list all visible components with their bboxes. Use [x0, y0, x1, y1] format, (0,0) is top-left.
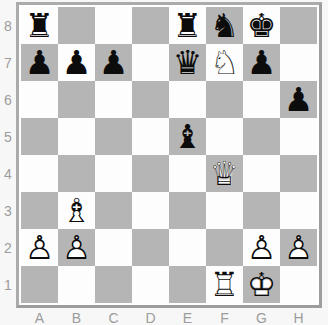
white-piece-outline: ♘	[206, 44, 243, 81]
square-c2[interactable]	[95, 229, 132, 266]
rank-label-3: 3	[0, 192, 16, 229]
rank-label-4: 4	[0, 155, 16, 192]
file-label-f: F	[206, 308, 243, 325]
white-queen[interactable]: ♛♕	[206, 155, 243, 192]
square-h1[interactable]	[280, 266, 317, 303]
board-grid: ♜♜♞♚♟♟♟♛♞♘♟♟♝♛♕♝♗♟♙♟♙♟♙♟♙♜♖♚♔	[21, 7, 317, 303]
white-pawn[interactable]: ♟♙	[243, 229, 280, 266]
square-c4[interactable]	[95, 155, 132, 192]
file-label-g: G	[243, 308, 280, 325]
white-pawn[interactable]: ♟♙	[280, 229, 317, 266]
file-label-c: C	[95, 308, 132, 325]
square-e2[interactable]	[169, 229, 206, 266]
square-g5[interactable]	[243, 118, 280, 155]
square-h4[interactable]	[280, 155, 317, 192]
black-bishop[interactable]: ♝	[169, 118, 206, 155]
square-b8[interactable]	[58, 7, 95, 44]
square-e6[interactable]	[169, 81, 206, 118]
chess-board: ♜♜♞♚♟♟♟♛♞♘♟♟♝♛♕♝♗♟♙♟♙♟♙♟♙♜♖♚♔	[16, 2, 322, 308]
black-queen[interactable]: ♛	[169, 44, 206, 81]
rank-label-1: 1	[0, 266, 16, 303]
square-b5[interactable]	[58, 118, 95, 155]
square-c1[interactable]	[95, 266, 132, 303]
square-h5[interactable]	[280, 118, 317, 155]
white-piece-outline: ♕	[206, 155, 243, 192]
square-a2[interactable]: ♟♙	[21, 229, 58, 266]
square-c5[interactable]	[95, 118, 132, 155]
square-e4[interactable]	[169, 155, 206, 192]
square-g7[interactable]: ♟	[243, 44, 280, 81]
file-label-e: E	[169, 308, 206, 325]
white-piece-outline: ♙	[21, 229, 58, 266]
square-a4[interactable]	[21, 155, 58, 192]
square-a3[interactable]	[21, 192, 58, 229]
square-a5[interactable]	[21, 118, 58, 155]
square-b2[interactable]: ♟♙	[58, 229, 95, 266]
black-king[interactable]: ♚	[243, 7, 280, 44]
rank-label-2: 2	[0, 229, 16, 266]
black-knight[interactable]: ♞	[206, 7, 243, 44]
square-d5[interactable]	[132, 118, 169, 155]
square-b6[interactable]	[58, 81, 95, 118]
square-a7[interactable]: ♟	[21, 44, 58, 81]
chess-diagram: 87654321 ♜♜♞♚♟♟♟♛♞♘♟♟♝♛♕♝♗♟♙♟♙♟♙♟♙♜♖♚♔ A…	[0, 0, 328, 325]
square-e5[interactable]: ♝	[169, 118, 206, 155]
white-pawn[interactable]: ♟♙	[58, 229, 95, 266]
square-d2[interactable]	[132, 229, 169, 266]
file-label-a: A	[21, 308, 58, 325]
square-h6[interactable]: ♟	[280, 81, 317, 118]
black-rook[interactable]: ♜	[21, 7, 58, 44]
file-label-h: H	[280, 308, 317, 325]
square-g4[interactable]	[243, 155, 280, 192]
square-f5[interactable]	[206, 118, 243, 155]
square-a1[interactable]	[21, 266, 58, 303]
square-f2[interactable]	[206, 229, 243, 266]
square-b1[interactable]	[58, 266, 95, 303]
square-c3[interactable]	[95, 192, 132, 229]
board-layout: 87654321 ♜♜♞♚♟♟♟♛♞♘♟♟♝♛♕♝♗♟♙♟♙♟♙♟♙♜♖♚♔ A…	[0, 0, 328, 325]
square-b3[interactable]: ♝♗	[58, 192, 95, 229]
black-pawn[interactable]: ♟	[95, 44, 132, 81]
black-pawn[interactable]: ♟	[21, 44, 58, 81]
square-c8[interactable]	[95, 7, 132, 44]
square-c6[interactable]	[95, 81, 132, 118]
white-piece-outline: ♙	[280, 229, 317, 266]
rank-label-8: 8	[0, 7, 16, 44]
square-h3[interactable]	[280, 192, 317, 229]
black-rook[interactable]: ♜	[169, 7, 206, 44]
square-f4[interactable]: ♛♕	[206, 155, 243, 192]
square-g2[interactable]: ♟♙	[243, 229, 280, 266]
square-e1[interactable]	[169, 266, 206, 303]
black-pawn[interactable]: ♟	[58, 44, 95, 81]
white-bishop[interactable]: ♝♗	[58, 192, 95, 229]
black-pawn[interactable]: ♟	[243, 44, 280, 81]
rank-labels: 87654321	[0, 2, 16, 308]
black-pawn[interactable]: ♟	[280, 81, 317, 118]
square-g1[interactable]: ♚♔	[243, 266, 280, 303]
file-labels: ABCDEFGH	[16, 308, 322, 325]
square-d7[interactable]	[132, 44, 169, 81]
file-label-b: B	[58, 308, 95, 325]
square-d1[interactable]	[132, 266, 169, 303]
rank-label-6: 6	[0, 81, 16, 118]
square-g8[interactable]: ♚	[243, 7, 280, 44]
file-label-d: D	[132, 308, 169, 325]
square-d6[interactable]	[132, 81, 169, 118]
white-pawn[interactable]: ♟♙	[21, 229, 58, 266]
rank-label-5: 5	[0, 118, 16, 155]
white-knight[interactable]: ♞♘	[206, 44, 243, 81]
square-f1[interactable]: ♜♖	[206, 266, 243, 303]
square-f7[interactable]: ♞♘	[206, 44, 243, 81]
square-b4[interactable]	[58, 155, 95, 192]
square-d3[interactable]	[132, 192, 169, 229]
white-rook[interactable]: ♜♖	[206, 266, 243, 303]
square-d8[interactable]	[132, 7, 169, 44]
square-c7[interactable]: ♟	[95, 44, 132, 81]
square-g3[interactable]	[243, 192, 280, 229]
square-e3[interactable]	[169, 192, 206, 229]
square-g6[interactable]	[243, 81, 280, 118]
white-piece-outline: ♙	[58, 229, 95, 266]
square-h2[interactable]: ♟♙	[280, 229, 317, 266]
square-f3[interactable]	[206, 192, 243, 229]
square-a6[interactable]	[21, 81, 58, 118]
square-e8[interactable]: ♜	[169, 7, 206, 44]
corner-spacer	[0, 308, 16, 325]
square-f6[interactable]	[206, 81, 243, 118]
square-h8[interactable]	[280, 7, 317, 44]
rank-label-7: 7	[0, 44, 16, 81]
square-f8[interactable]: ♞	[206, 7, 243, 44]
white-piece-outline: ♗	[58, 192, 95, 229]
white-piece-outline: ♙	[243, 229, 280, 266]
square-b7[interactable]: ♟	[58, 44, 95, 81]
square-a8[interactable]: ♜	[21, 7, 58, 44]
square-h7[interactable]	[280, 44, 317, 81]
square-d4[interactable]	[132, 155, 169, 192]
white-piece-outline: ♖	[206, 266, 243, 303]
white-king[interactable]: ♚♔	[243, 266, 280, 303]
square-e7[interactable]: ♛	[169, 44, 206, 81]
white-piece-outline: ♔	[243, 266, 280, 303]
